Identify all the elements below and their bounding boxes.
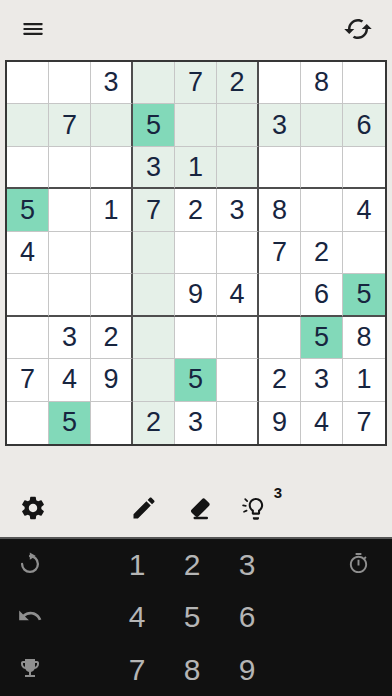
cell-r9c9[interactable]: 7 <box>343 402 385 444</box>
cell-r6c6[interactable]: 4 <box>217 274 259 316</box>
cell-r7c2[interactable]: 3 <box>49 317 91 359</box>
cell-r3c8[interactable] <box>301 147 343 189</box>
undo-button[interactable] <box>17 603 43 632</box>
cell-r4c4[interactable]: 7 <box>133 189 175 231</box>
cell-r6c5[interactable]: 9 <box>175 274 217 316</box>
numpad-2[interactable]: 2 <box>165 548 220 582</box>
cell-r3c5[interactable]: 1 <box>175 147 217 189</box>
numpad-1[interactable]: 1 <box>110 548 165 582</box>
cell-r1c8[interactable]: 8 <box>301 62 343 104</box>
cell-r8c6[interactable] <box>217 359 259 401</box>
lightbulb-icon <box>241 494 269 522</box>
achievements-button[interactable] <box>18 656 42 683</box>
cell-r2c3[interactable] <box>91 104 133 146</box>
cell-r5c7[interactable]: 7 <box>259 232 301 274</box>
cell-r2c5[interactable] <box>175 104 217 146</box>
cell-r2c9[interactable]: 6 <box>343 104 385 146</box>
cell-r2c4[interactable]: 5 <box>133 104 175 146</box>
eraser-icon <box>187 494 215 522</box>
cell-r3c2[interactable] <box>49 147 91 189</box>
cell-r9c8[interactable]: 4 <box>301 402 343 444</box>
hamburger-icon <box>19 17 47 44</box>
cell-r3c6[interactable] <box>217 147 259 189</box>
cell-r6c2[interactable] <box>49 274 91 316</box>
numpad-3[interactable]: 3 <box>220 548 275 582</box>
cell-r8c8[interactable]: 3 <box>301 359 343 401</box>
cell-r6c9[interactable]: 5 <box>343 274 385 316</box>
timer-button[interactable] <box>347 552 370 578</box>
new-game-button[interactable] <box>343 14 373 47</box>
cell-r8c4[interactable] <box>133 359 175 401</box>
cell-r7c3[interactable]: 2 <box>91 317 133 359</box>
cell-r1c4[interactable] <box>133 62 175 104</box>
numpad-8[interactable]: 8 <box>165 653 220 687</box>
cell-r5c1[interactable]: 4 <box>7 232 49 274</box>
cell-r5c5[interactable] <box>175 232 217 274</box>
cell-r1c5[interactable]: 7 <box>175 62 217 104</box>
hint-count-badge: 3 <box>274 484 282 501</box>
toolbar: 3 <box>0 446 392 537</box>
numpad-9[interactable]: 9 <box>220 653 275 687</box>
trophy-icon <box>18 656 42 683</box>
cell-r2c8[interactable] <box>301 104 343 146</box>
cell-r5c8[interactable]: 2 <box>301 232 343 274</box>
cell-r1c7[interactable] <box>259 62 301 104</box>
number-panel: 1 2 3 4 5 6 <box>0 537 392 696</box>
cell-r1c3[interactable]: 3 <box>91 62 133 104</box>
cell-r8c5[interactable]: 5 <box>175 359 217 401</box>
cell-r1c2[interactable] <box>49 62 91 104</box>
cell-r8c3[interactable]: 9 <box>91 359 133 401</box>
undo-icon <box>17 603 43 632</box>
pencil-icon <box>130 494 158 522</box>
cell-r7c5[interactable] <box>175 317 217 359</box>
cell-r8c7[interactable]: 2 <box>259 359 301 401</box>
cell-r5c4[interactable] <box>133 232 175 274</box>
cell-r5c9[interactable] <box>343 232 385 274</box>
cell-r7c6[interactable] <box>217 317 259 359</box>
cell-r5c6[interactable] <box>217 232 259 274</box>
cell-r8c9[interactable]: 1 <box>343 359 385 401</box>
cell-r6c1[interactable] <box>7 274 49 316</box>
cell-r5c2[interactable] <box>49 232 91 274</box>
cell-r2c6[interactable] <box>217 104 259 146</box>
cell-r3c3[interactable] <box>91 147 133 189</box>
cell-r1c9[interactable] <box>343 62 385 104</box>
gear-icon <box>19 494 47 522</box>
cell-r4c1[interactable]: 5 <box>7 189 49 231</box>
cell-r6c7[interactable] <box>259 274 301 316</box>
cell-r9c4[interactable]: 2 <box>133 402 175 444</box>
sudoku-board: 3728753631517238447294653258749523152394… <box>5 60 387 446</box>
cell-r2c1[interactable] <box>7 104 49 146</box>
numpad-7[interactable]: 7 <box>110 653 165 687</box>
panel-row-2: 4 5 6 <box>0 591 392 643</box>
menu-button[interactable] <box>19 17 47 44</box>
cell-r4c5[interactable]: 2 <box>175 189 217 231</box>
pencil-notes-button[interactable] <box>130 494 158 522</box>
cell-r4c3[interactable]: 1 <box>91 189 133 231</box>
cell-r1c6[interactable]: 2 <box>217 62 259 104</box>
top-bar <box>0 0 392 60</box>
cell-r9c7[interactable]: 9 <box>259 402 301 444</box>
cell-r3c7[interactable] <box>259 147 301 189</box>
cell-r7c9[interactable]: 8 <box>343 317 385 359</box>
cell-r2c7[interactable]: 3 <box>259 104 301 146</box>
cell-r6c3[interactable] <box>91 274 133 316</box>
cell-r3c1[interactable] <box>7 147 49 189</box>
numpad-4[interactable]: 4 <box>110 600 165 634</box>
cell-r4c9[interactable]: 4 <box>343 189 385 231</box>
cell-r4c6[interactable]: 3 <box>217 189 259 231</box>
cell-r8c1[interactable]: 7 <box>7 359 49 401</box>
stopwatch-icon <box>347 552 370 578</box>
panel-row-1: 1 2 3 <box>0 539 392 591</box>
cell-r3c4[interactable]: 3 <box>133 147 175 189</box>
numpad-5[interactable]: 5 <box>165 600 220 634</box>
cell-r9c6[interactable] <box>217 402 259 444</box>
cell-r5c3[interactable] <box>91 232 133 274</box>
cell-r3c9[interactable] <box>343 147 385 189</box>
panel-row-3: 7 8 9 <box>0 644 392 696</box>
numpad-6[interactable]: 6 <box>220 600 275 634</box>
cell-r8c2[interactable]: 4 <box>49 359 91 401</box>
cell-r9c5[interactable]: 3 <box>175 402 217 444</box>
cell-r9c1[interactable] <box>7 402 49 444</box>
cell-r7c8[interactable]: 5 <box>301 317 343 359</box>
cell-r7c4[interactable] <box>133 317 175 359</box>
restart-button[interactable] <box>17 551 43 580</box>
cell-r7c1[interactable] <box>7 317 49 359</box>
cell-r4c7[interactable]: 8 <box>259 189 301 231</box>
cell-r4c2[interactable] <box>49 189 91 231</box>
sync-refresh-icon <box>343 14 373 47</box>
cell-r6c8[interactable]: 6 <box>301 274 343 316</box>
cell-r2c2[interactable]: 7 <box>49 104 91 146</box>
eraser-button[interactable] <box>187 494 215 522</box>
settings-button[interactable] <box>19 494 47 522</box>
cell-r4c8[interactable] <box>301 189 343 231</box>
cell-r9c3[interactable] <box>91 402 133 444</box>
restart-icon <box>17 551 43 580</box>
cell-r1c1[interactable] <box>7 62 49 104</box>
cell-r6c4[interactable] <box>133 274 175 316</box>
cell-r9c2[interactable]: 5 <box>49 402 91 444</box>
cell-r7c7[interactable] <box>259 317 301 359</box>
hint-button[interactable]: 3 <box>241 494 269 522</box>
